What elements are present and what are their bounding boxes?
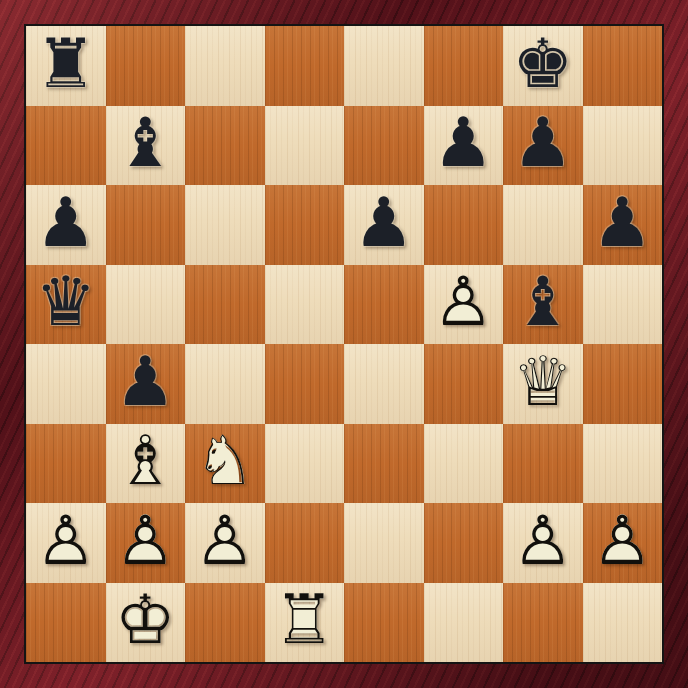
square-c8[interactable] (185, 26, 265, 106)
square-b1[interactable]: ♚♔ (106, 583, 186, 663)
square-h1[interactable] (583, 583, 663, 663)
square-e6[interactable]: ♟ (344, 185, 424, 265)
square-d6[interactable] (265, 185, 345, 265)
square-g1[interactable] (503, 583, 583, 663)
white-rook-piece[interactable]: ♜♖ (265, 583, 345, 663)
black-pawn-icon: ♟ (503, 106, 583, 186)
square-f5[interactable]: ♟♙ (424, 265, 504, 345)
square-e7[interactable] (344, 106, 424, 186)
white-queen-piece[interactable]: ♛♕ (503, 344, 583, 424)
square-c6[interactable] (185, 185, 265, 265)
square-b3[interactable]: ♝♗ (106, 424, 186, 504)
white-rook-outline-icon: ♖ (265, 583, 345, 663)
white-pawn-outline-icon: ♙ (26, 503, 106, 583)
square-b6[interactable] (106, 185, 186, 265)
square-a4[interactable] (26, 344, 106, 424)
square-f8[interactable] (424, 26, 504, 106)
white-bishop-piece[interactable]: ♝♗ (106, 424, 186, 504)
white-queen-outline-icon: ♕ (503, 344, 583, 424)
square-b2[interactable]: ♟♙ (106, 503, 186, 583)
black-bishop-piece[interactable]: ♝ (106, 106, 186, 186)
square-b5[interactable] (106, 265, 186, 345)
square-e8[interactable] (344, 26, 424, 106)
square-f7[interactable]: ♟ (424, 106, 504, 186)
black-queen-piece[interactable]: ♛ (26, 265, 106, 345)
white-pawn-piece[interactable]: ♟♙ (26, 503, 106, 583)
square-e3[interactable] (344, 424, 424, 504)
square-e1[interactable] (344, 583, 424, 663)
square-g3[interactable] (503, 424, 583, 504)
square-a1[interactable] (26, 583, 106, 663)
black-bishop-piece[interactable]: ♝ (503, 265, 583, 345)
black-pawn-piece[interactable]: ♟ (503, 106, 583, 186)
black-pawn-icon: ♟ (26, 185, 106, 265)
square-b8[interactable] (106, 26, 186, 106)
black-pawn-icon: ♟ (424, 106, 504, 186)
square-h3[interactable] (583, 424, 663, 504)
black-pawn-piece[interactable]: ♟ (424, 106, 504, 186)
chessboard: ♜♚♝♟♟♟♟♟♛♟♙♝♟♛♕♝♗♞♘♟♙♟♙♟♙♟♙♟♙♚♔♜♖ (24, 24, 664, 664)
square-g8[interactable]: ♚ (503, 26, 583, 106)
square-b7[interactable]: ♝ (106, 106, 186, 186)
white-pawn-piece[interactable]: ♟♙ (185, 503, 265, 583)
square-g6[interactable] (503, 185, 583, 265)
white-bishop-outline-icon: ♗ (106, 424, 186, 504)
square-b4[interactable]: ♟ (106, 344, 186, 424)
black-pawn-piece[interactable]: ♟ (344, 185, 424, 265)
white-king-piece[interactable]: ♚♔ (106, 583, 186, 663)
square-c7[interactable] (185, 106, 265, 186)
black-bishop-icon: ♝ (106, 106, 186, 186)
black-pawn-icon: ♟ (106, 344, 186, 424)
square-d8[interactable] (265, 26, 345, 106)
square-c4[interactable] (185, 344, 265, 424)
square-f4[interactable] (424, 344, 504, 424)
square-c3[interactable]: ♞♘ (185, 424, 265, 504)
white-knight-piece[interactable]: ♞♘ (185, 424, 265, 504)
square-f6[interactable] (424, 185, 504, 265)
square-h8[interactable] (583, 26, 663, 106)
chessboard-frame: ♜♚♝♟♟♟♟♟♛♟♙♝♟♛♕♝♗♞♘♟♙♟♙♟♙♟♙♟♙♚♔♜♖ (0, 0, 688, 688)
square-g2[interactable]: ♟♙ (503, 503, 583, 583)
square-a8[interactable]: ♜ (26, 26, 106, 106)
black-pawn-icon: ♟ (583, 185, 663, 265)
square-c1[interactable] (185, 583, 265, 663)
square-h6[interactable]: ♟ (583, 185, 663, 265)
black-queen-icon: ♛ (26, 265, 106, 345)
white-pawn-piece[interactable]: ♟♙ (503, 503, 583, 583)
square-g7[interactable]: ♟ (503, 106, 583, 186)
white-pawn-piece[interactable]: ♟♙ (583, 503, 663, 583)
white-pawn-outline-icon: ♙ (424, 265, 504, 345)
square-d4[interactable] (265, 344, 345, 424)
black-pawn-icon: ♟ (344, 185, 424, 265)
square-f1[interactable] (424, 583, 504, 663)
square-f2[interactable] (424, 503, 504, 583)
square-c5[interactable] (185, 265, 265, 345)
white-pawn-outline-icon: ♙ (185, 503, 265, 583)
square-a5[interactable]: ♛ (26, 265, 106, 345)
square-a6[interactable]: ♟ (26, 185, 106, 265)
square-d7[interactable] (265, 106, 345, 186)
white-pawn-piece[interactable]: ♟♙ (424, 265, 504, 345)
white-knight-outline-icon: ♘ (185, 424, 265, 504)
white-pawn-outline-icon: ♙ (583, 503, 663, 583)
white-pawn-piece[interactable]: ♟♙ (106, 503, 186, 583)
square-h5[interactable] (583, 265, 663, 345)
black-rook-piece[interactable]: ♜ (26, 26, 106, 106)
square-a3[interactable] (26, 424, 106, 504)
square-a2[interactable]: ♟♙ (26, 503, 106, 583)
black-bishop-icon: ♝ (503, 265, 583, 345)
square-h4[interactable] (583, 344, 663, 424)
square-d5[interactable] (265, 265, 345, 345)
square-a7[interactable] (26, 106, 106, 186)
black-pawn-piece[interactable]: ♟ (26, 185, 106, 265)
white-pawn-outline-icon: ♙ (503, 503, 583, 583)
black-pawn-piece[interactable]: ♟ (106, 344, 186, 424)
black-king-piece[interactable]: ♚ (503, 26, 583, 106)
square-h7[interactable] (583, 106, 663, 186)
square-g5[interactable]: ♝ (503, 265, 583, 345)
square-e5[interactable] (344, 265, 424, 345)
square-e2[interactable] (344, 503, 424, 583)
square-h2[interactable]: ♟♙ (583, 503, 663, 583)
white-king-outline-icon: ♔ (106, 583, 186, 663)
square-c2[interactable]: ♟♙ (185, 503, 265, 583)
square-f3[interactable] (424, 424, 504, 504)
black-pawn-piece[interactable]: ♟ (583, 185, 663, 265)
square-g4[interactable]: ♛♕ (503, 344, 583, 424)
black-king-icon: ♚ (503, 26, 583, 106)
square-d2[interactable] (265, 503, 345, 583)
black-rook-icon: ♜ (26, 26, 106, 106)
square-d1[interactable]: ♜♖ (265, 583, 345, 663)
square-d3[interactable] (265, 424, 345, 504)
white-pawn-outline-icon: ♙ (106, 503, 186, 583)
square-e4[interactable] (344, 344, 424, 424)
